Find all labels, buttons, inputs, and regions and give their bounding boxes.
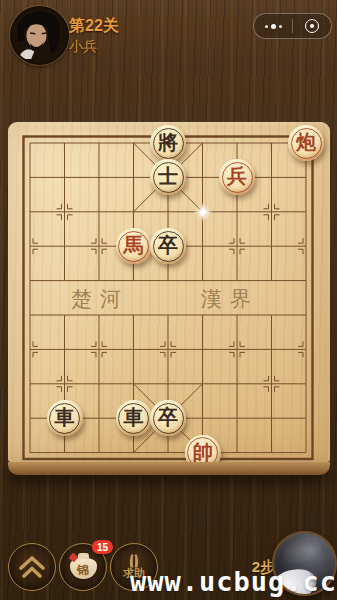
double-chevron-up-icon	[17, 554, 47, 580]
sparkle-effect	[193, 202, 213, 222]
piece-character: 車	[124, 407, 144, 427]
app-screen: 第22关 小兵 楚河 漢界 將炮士兵馬卒車車卒帥 锦 15	[0, 0, 337, 600]
player-portrait-image	[12, 8, 63, 59]
watermark: www.ucbug.cc	[130, 566, 337, 597]
piece-character: 將	[158, 132, 178, 152]
piece-character: 兵	[227, 166, 247, 186]
level-subtitle: 小兵	[69, 38, 97, 56]
board-edge	[8, 462, 330, 475]
piece-馬-red[interactable]: 馬	[116, 228, 152, 264]
pieces-layer: 將炮士兵馬卒車車卒帥	[8, 122, 330, 462]
piece-character: 卒	[158, 407, 178, 427]
collapse-button[interactable]	[8, 543, 56, 591]
wechat-capsule	[253, 13, 332, 39]
more-dots-icon	[271, 24, 276, 29]
piece-character: 炮	[296, 132, 316, 152]
bag-label: 锦	[70, 562, 97, 579]
exit-circle-icon	[305, 19, 319, 33]
exit-button[interactable]	[293, 14, 331, 38]
piece-士-black[interactable]: 士	[150, 159, 186, 195]
more-button[interactable]	[254, 14, 292, 38]
money-bag-icon: 锦	[70, 558, 97, 579]
piece-character: 卒	[158, 235, 178, 255]
bag-badge: 15	[92, 540, 113, 554]
piece-炮-red[interactable]: 炮	[288, 125, 324, 161]
bag-button[interactable]: 锦 15	[59, 543, 107, 591]
piece-車-black[interactable]: 車	[116, 400, 152, 436]
piece-character: 帥	[193, 442, 213, 462]
avatar	[10, 6, 69, 65]
more-dots-icon	[279, 25, 282, 28]
xiangqi-board[interactable]: 楚河 漢界 將炮士兵馬卒車車卒帥	[8, 122, 330, 462]
piece-車-black[interactable]: 車	[47, 400, 83, 436]
piece-卒-black[interactable]: 卒	[150, 228, 186, 264]
level-label: 第22关	[69, 16, 119, 37]
piece-character: 士	[158, 166, 178, 186]
piece-character: 馬	[124, 235, 144, 255]
piece-兵-red[interactable]: 兵	[219, 159, 255, 195]
piece-character: 車	[55, 407, 75, 427]
piece-卒-black[interactable]: 卒	[150, 400, 186, 436]
piece-將-black[interactable]: 將	[150, 125, 186, 161]
more-dots-icon	[265, 25, 268, 28]
